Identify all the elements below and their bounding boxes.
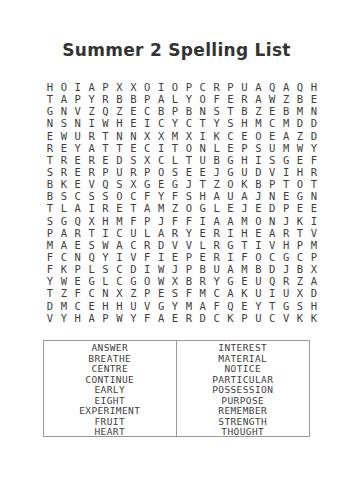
grid-cell-r14c8[interactable]: R xyxy=(140,239,154,251)
grid-cell-r6c9[interactable]: I xyxy=(154,142,168,154)
grid-cell-r20c19[interactable]: K xyxy=(293,312,307,324)
grid-cell-r20c8[interactable]: F xyxy=(140,312,154,324)
grid-cell-r18c11[interactable]: F xyxy=(182,287,196,299)
grid-cell-r1c2[interactable]: O xyxy=(57,81,71,93)
grid-cell-r15c18[interactable]: G xyxy=(279,251,293,263)
grid-cell-r8c8[interactable]: P xyxy=(140,166,154,178)
grid-cell-r9c20[interactable]: T xyxy=(307,178,321,190)
grid-cell-r12c16[interactable]: O xyxy=(251,215,265,227)
grid-cell-r4c13[interactable]: Y xyxy=(210,117,224,129)
grid-cell-r5c11[interactable]: X xyxy=(182,130,196,142)
grid-cell-r4c1[interactable]: N xyxy=(43,117,57,129)
grid-cell-r11c20[interactable]: E xyxy=(307,202,321,214)
grid-cell-r12c12[interactable]: I xyxy=(196,215,210,227)
grid-cell-r10c20[interactable]: N xyxy=(307,190,321,202)
grid-cell-r13c14[interactable]: I xyxy=(224,227,238,239)
grid-cell-r5c19[interactable]: Z xyxy=(293,130,307,142)
grid-cell-r20c17[interactable]: C xyxy=(265,312,279,324)
grid-cell-r17c3[interactable]: E xyxy=(71,275,85,287)
grid-cell-r20c7[interactable]: Y xyxy=(126,312,140,324)
grid-cell-r2c20[interactable]: E xyxy=(307,93,321,105)
grid-cell-r10c10[interactable]: F xyxy=(168,190,182,202)
grid-cell-r17c20[interactable]: A xyxy=(307,275,321,287)
grid-cell-r17c8[interactable]: O xyxy=(140,275,154,287)
grid-cell-r10c15[interactable]: A xyxy=(237,190,251,202)
grid-cell-r19c20[interactable]: H xyxy=(307,300,321,312)
grid-cell-r17c13[interactable]: Y xyxy=(210,275,224,287)
grid-cell-r4c2[interactable]: S xyxy=(57,117,71,129)
grid-cell-r8c19[interactable]: H xyxy=(293,166,307,178)
grid-cell-r9c2[interactable]: K xyxy=(57,178,71,190)
grid-cell-r4c4[interactable]: I xyxy=(85,117,99,129)
grid-cell-r6c1[interactable]: R xyxy=(43,142,57,154)
grid-cell-r8c5[interactable]: P xyxy=(99,166,113,178)
grid-cell-r17c16[interactable]: U xyxy=(251,275,265,287)
grid-cell-r10c5[interactable]: S xyxy=(99,190,113,202)
grid-cell-r10c9[interactable]: Y xyxy=(154,190,168,202)
grid-cell-r1c14[interactable]: P xyxy=(224,81,238,93)
grid-cell-r1c16[interactable]: A xyxy=(251,81,265,93)
grid-cell-r9c15[interactable]: K xyxy=(237,178,251,190)
grid-cell-r16c13[interactable]: U xyxy=(210,263,224,275)
grid-cell-r17c18[interactable]: R xyxy=(279,275,293,287)
grid-cell-r4c5[interactable]: W xyxy=(99,117,113,129)
grid-cell-r1c7[interactable]: X xyxy=(126,81,140,93)
grid-cell-r14c4[interactable]: S xyxy=(85,239,99,251)
grid-cell-r11c6[interactable]: E xyxy=(112,202,126,214)
grid-cell-r6c13[interactable]: L xyxy=(210,142,224,154)
grid-cell-r5c9[interactable]: X xyxy=(154,130,168,142)
grid-cell-r18c10[interactable]: S xyxy=(168,287,182,299)
grid-cell-r19c11[interactable]: M xyxy=(182,300,196,312)
grid-cell-r8c10[interactable]: S xyxy=(168,166,182,178)
grid-cell-r13c3[interactable]: R xyxy=(71,227,85,239)
grid-cell-r1c5[interactable]: P xyxy=(99,81,113,93)
grid-cell-r17c1[interactable]: Y xyxy=(43,275,57,287)
grid-cell-r14c13[interactable]: R xyxy=(210,239,224,251)
grid-cell-r6c3[interactable]: Y xyxy=(71,142,85,154)
grid-cell-r9c18[interactable]: T xyxy=(279,178,293,190)
grid-cell-r12c17[interactable]: N xyxy=(265,215,279,227)
grid-cell-r11c4[interactable]: I xyxy=(85,202,99,214)
grid-cell-r1c17[interactable]: Q xyxy=(265,81,279,93)
grid-cell-r13c12[interactable]: E xyxy=(196,227,210,239)
grid-cell-r3c10[interactable]: P xyxy=(168,105,182,117)
grid-cell-r3c1[interactable]: G xyxy=(43,105,57,117)
grid-cell-r15c20[interactable]: P xyxy=(307,251,321,263)
grid-cell-r6c10[interactable]: T xyxy=(168,142,182,154)
grid-cell-r7c9[interactable]: C xyxy=(154,154,168,166)
grid-cell-r12c2[interactable]: G xyxy=(57,215,71,227)
grid-cell-r12c3[interactable]: Q xyxy=(71,215,85,227)
grid-cell-r9c16[interactable]: B xyxy=(251,178,265,190)
grid-cell-r15c15[interactable]: F xyxy=(237,251,251,263)
grid-cell-r11c9[interactable]: M xyxy=(154,202,168,214)
grid-cell-r18c18[interactable]: U xyxy=(279,287,293,299)
grid-cell-r2c1[interactable]: T xyxy=(43,93,57,105)
grid-cell-r5c10[interactable]: M xyxy=(168,130,182,142)
grid-cell-r16c12[interactable]: B xyxy=(196,263,210,275)
grid-cell-r9c12[interactable]: T xyxy=(196,178,210,190)
grid-cell-r16c17[interactable]: D xyxy=(265,263,279,275)
grid-cell-r9c7[interactable]: X xyxy=(126,178,140,190)
grid-cell-r12c11[interactable]: F xyxy=(182,215,196,227)
grid-cell-r9c4[interactable]: V xyxy=(85,178,99,190)
grid-cell-r15c16[interactable]: O xyxy=(251,251,265,263)
grid-cell-r18c4[interactable]: C xyxy=(85,287,99,299)
grid-cell-r6c8[interactable]: C xyxy=(140,142,154,154)
grid-cell-r14c11[interactable]: V xyxy=(182,239,196,251)
grid-cell-r15c7[interactable]: V xyxy=(126,251,140,263)
grid-cell-r3c6[interactable]: Z xyxy=(112,105,126,117)
grid-cell-r14c5[interactable]: W xyxy=(99,239,113,251)
grid-cell-r11c10[interactable]: Z xyxy=(168,202,182,214)
grid-cell-r6c14[interactable]: E xyxy=(224,142,238,154)
grid-cell-r14c14[interactable]: G xyxy=(224,239,238,251)
grid-cell-r14c6[interactable]: A xyxy=(112,239,126,251)
grid-cell-r7c5[interactable]: E xyxy=(99,154,113,166)
grid-cell-r13c19[interactable]: T xyxy=(293,227,307,239)
grid-cell-r12c9[interactable]: J xyxy=(154,215,168,227)
grid-cell-r15c9[interactable]: I xyxy=(154,251,168,263)
grid-cell-r2c6[interactable]: B xyxy=(112,93,126,105)
grid-cell-r2c10[interactable]: L xyxy=(168,93,182,105)
grid-cell-r10c17[interactable]: N xyxy=(265,190,279,202)
grid-cell-r8c9[interactable]: O xyxy=(154,166,168,178)
grid-cell-r11c14[interactable]: E xyxy=(224,202,238,214)
grid-cell-r13c8[interactable]: L xyxy=(140,227,154,239)
grid-cell-r10c2[interactable]: S xyxy=(57,190,71,202)
grid-cell-r13c11[interactable]: Y xyxy=(182,227,196,239)
grid-cell-r16c5[interactable]: S xyxy=(99,263,113,275)
grid-cell-r11c5[interactable]: R xyxy=(99,202,113,214)
grid-cell-r13c9[interactable]: A xyxy=(154,227,168,239)
grid-cell-r16c8[interactable]: I xyxy=(140,263,154,275)
grid-cell-r15c2[interactable]: C xyxy=(57,251,71,263)
grid-cell-r12c14[interactable]: A xyxy=(224,215,238,227)
grid-cell-r11c11[interactable]: O xyxy=(182,202,196,214)
grid-cell-r15c11[interactable]: P xyxy=(182,251,196,263)
grid-cell-r18c15[interactable]: K xyxy=(237,287,251,299)
grid-cell-r8c4[interactable]: R xyxy=(85,166,99,178)
grid-cell-r1c15[interactable]: U xyxy=(237,81,251,93)
grid-cell-r19c4[interactable]: E xyxy=(85,300,99,312)
grid-cell-r7c11[interactable]: T xyxy=(182,154,196,166)
grid-cell-r6c2[interactable]: E xyxy=(57,142,71,154)
grid-cell-r18c14[interactable]: A xyxy=(224,287,238,299)
grid-cell-r20c3[interactable]: H xyxy=(71,312,85,324)
grid-cell-r19c12[interactable]: A xyxy=(196,300,210,312)
grid-cell-r2c5[interactable]: R xyxy=(99,93,113,105)
grid-cell-r13c6[interactable]: C xyxy=(112,227,126,239)
grid-cell-r3c3[interactable]: V xyxy=(71,105,85,117)
grid-cell-r7c19[interactable]: E xyxy=(293,154,307,166)
grid-cell-r18c5[interactable]: N xyxy=(99,287,113,299)
grid-cell-r12c10[interactable]: F xyxy=(168,215,182,227)
grid-cell-r4c19[interactable]: D xyxy=(293,117,307,129)
grid-cell-r17c9[interactable]: W xyxy=(154,275,168,287)
grid-cell-r13c13[interactable]: R xyxy=(210,227,224,239)
grid-cell-r19c3[interactable]: C xyxy=(71,300,85,312)
grid-cell-r13c18[interactable]: R xyxy=(279,227,293,239)
grid-cell-r18c17[interactable]: I xyxy=(265,287,279,299)
grid-cell-r18c6[interactable]: X xyxy=(112,287,126,299)
grid-cell-r5c20[interactable]: D xyxy=(307,130,321,142)
grid-cell-r6c7[interactable]: E xyxy=(126,142,140,154)
grid-cell-r11c13[interactable]: L xyxy=(210,202,224,214)
grid-cell-r9c8[interactable]: G xyxy=(140,178,154,190)
grid-cell-r16c15[interactable]: M xyxy=(237,263,251,275)
grid-cell-r1c4[interactable]: A xyxy=(85,81,99,93)
grid-cell-r17c14[interactable]: G xyxy=(224,275,238,287)
grid-cell-r18c16[interactable]: U xyxy=(251,287,265,299)
grid-cell-r9c17[interactable]: P xyxy=(265,178,279,190)
grid-cell-r7c20[interactable]: F xyxy=(307,154,321,166)
grid-cell-r15c5[interactable]: Y xyxy=(99,251,113,263)
grid-cell-r3c12[interactable]: N xyxy=(196,105,210,117)
grid-cell-r2c11[interactable]: Y xyxy=(182,93,196,105)
grid-cell-r1c6[interactable]: X xyxy=(112,81,126,93)
grid-cell-r10c3[interactable]: C xyxy=(71,190,85,202)
grid-cell-r9c10[interactable]: G xyxy=(168,178,182,190)
grid-cell-r7c3[interactable]: E xyxy=(71,154,85,166)
grid-cell-r1c11[interactable]: P xyxy=(182,81,196,93)
grid-cell-r13c16[interactable]: E xyxy=(251,227,265,239)
grid-cell-r3c19[interactable]: M xyxy=(293,105,307,117)
grid-cell-r2c3[interactable]: P xyxy=(71,93,85,105)
grid-cell-r4c14[interactable]: S xyxy=(224,117,238,129)
grid-cell-r10c7[interactable]: C xyxy=(126,190,140,202)
grid-cell-r1c20[interactable]: H xyxy=(307,81,321,93)
grid-cell-r4c11[interactable]: C xyxy=(182,117,196,129)
grid-cell-r2c2[interactable]: A xyxy=(57,93,71,105)
grid-cell-r2c9[interactable]: A xyxy=(154,93,168,105)
grid-cell-r11c3[interactable]: A xyxy=(71,202,85,214)
grid-cell-r1c18[interactable]: A xyxy=(279,81,293,93)
grid-cell-r1c12[interactable]: C xyxy=(196,81,210,93)
grid-cell-r20c6[interactable]: W xyxy=(112,312,126,324)
grid-cell-r19c14[interactable]: Q xyxy=(224,300,238,312)
grid-cell-r16c2[interactable]: K xyxy=(57,263,71,275)
grid-cell-r18c8[interactable]: P xyxy=(140,287,154,299)
grid-cell-r7c8[interactable]: X xyxy=(140,154,154,166)
grid-cell-r14c2[interactable]: A xyxy=(57,239,71,251)
grid-cell-r4c12[interactable]: T xyxy=(196,117,210,129)
grid-cell-r10c14[interactable]: U xyxy=(224,190,238,202)
grid-cell-r1c10[interactable]: O xyxy=(168,81,182,93)
grid-cell-r13c17[interactable]: A xyxy=(265,227,279,239)
grid-cell-r2c8[interactable]: P xyxy=(140,93,154,105)
grid-cell-r2c15[interactable]: R xyxy=(237,93,251,105)
grid-cell-r5c4[interactable]: R xyxy=(85,130,99,142)
grid-cell-r16c3[interactable]: P xyxy=(71,263,85,275)
grid-cell-r7c18[interactable]: G xyxy=(279,154,293,166)
grid-cell-r3c2[interactable]: N xyxy=(57,105,71,117)
grid-cell-r1c9[interactable]: I xyxy=(154,81,168,93)
grid-cell-r17c17[interactable]: Q xyxy=(265,275,279,287)
grid-cell-r12c20[interactable]: I xyxy=(307,215,321,227)
grid-cell-r16c11[interactable]: P xyxy=(182,263,196,275)
grid-cell-r8c3[interactable]: E xyxy=(71,166,85,178)
grid-cell-r19c8[interactable]: V xyxy=(140,300,154,312)
grid-cell-r20c10[interactable]: E xyxy=(168,312,182,324)
grid-cell-r1c13[interactable]: R xyxy=(210,81,224,93)
grid-cell-r19c5[interactable]: H xyxy=(99,300,113,312)
grid-cell-r7c4[interactable]: R xyxy=(85,154,99,166)
grid-cell-r3c8[interactable]: C xyxy=(140,105,154,117)
grid-cell-r9c13[interactable]: Z xyxy=(210,178,224,190)
grid-cell-r20c14[interactable]: K xyxy=(224,312,238,324)
grid-cell-r8c6[interactable]: U xyxy=(112,166,126,178)
grid-cell-r12c5[interactable]: H xyxy=(99,215,113,227)
grid-cell-r14c7[interactable]: C xyxy=(126,239,140,251)
grid-cell-r14c16[interactable]: I xyxy=(251,239,265,251)
grid-cell-r9c3[interactable]: E xyxy=(71,178,85,190)
grid-cell-r10c13[interactable]: A xyxy=(210,190,224,202)
grid-cell-r14c18[interactable]: H xyxy=(279,239,293,251)
grid-cell-r5c15[interactable]: E xyxy=(237,130,251,142)
grid-cell-r15c17[interactable]: C xyxy=(265,251,279,263)
grid-cell-r10c19[interactable]: G xyxy=(293,190,307,202)
grid-cell-r13c1[interactable]: P xyxy=(43,227,57,239)
grid-cell-r7c1[interactable]: T xyxy=(43,154,57,166)
grid-cell-r4c3[interactable]: N xyxy=(71,117,85,129)
grid-cell-r5c16[interactable]: O xyxy=(251,130,265,142)
grid-cell-r5c1[interactable]: E xyxy=(43,130,57,142)
grid-cell-r16c16[interactable]: B xyxy=(251,263,265,275)
grid-cell-r20c9[interactable]: A xyxy=(154,312,168,324)
grid-cell-r8c11[interactable]: E xyxy=(182,166,196,178)
grid-cell-r6c4[interactable]: A xyxy=(85,142,99,154)
grid-cell-r19c19[interactable]: S xyxy=(293,300,307,312)
grid-cell-r20c16[interactable]: U xyxy=(251,312,265,324)
grid-cell-r14c10[interactable]: V xyxy=(168,239,182,251)
grid-cell-r10c1[interactable]: B xyxy=(43,190,57,202)
grid-cell-r11c7[interactable]: T xyxy=(126,202,140,214)
grid-cell-r7c7[interactable]: S xyxy=(126,154,140,166)
grid-cell-r5c6[interactable]: N xyxy=(112,130,126,142)
grid-cell-r15c12[interactable]: E xyxy=(196,251,210,263)
grid-cell-r2c19[interactable]: B xyxy=(293,93,307,105)
grid-cell-r17c10[interactable]: X xyxy=(168,275,182,287)
grid-cell-r4c7[interactable]: E xyxy=(126,117,140,129)
grid-cell-r7c12[interactable]: U xyxy=(196,154,210,166)
grid-cell-r17c19[interactable]: Z xyxy=(293,275,307,287)
grid-cell-r5c5[interactable]: T xyxy=(99,130,113,142)
grid-cell-r20c5[interactable]: P xyxy=(99,312,113,324)
grid-cell-r10c11[interactable]: S xyxy=(182,190,196,202)
grid-cell-r16c9[interactable]: W xyxy=(154,263,168,275)
grid-cell-r6c18[interactable]: M xyxy=(279,142,293,154)
grid-cell-r6c15[interactable]: P xyxy=(237,142,251,154)
grid-cell-r5c12[interactable]: I xyxy=(196,130,210,142)
grid-cell-r4c8[interactable]: I xyxy=(140,117,154,129)
grid-cell-r10c12[interactable]: H xyxy=(196,190,210,202)
grid-cell-r8c2[interactable]: R xyxy=(57,166,71,178)
grid-cell-r1c8[interactable]: O xyxy=(140,81,154,93)
grid-cell-r20c2[interactable]: Y xyxy=(57,312,71,324)
grid-cell-r16c20[interactable]: X xyxy=(307,263,321,275)
grid-cell-r3c9[interactable]: B xyxy=(154,105,168,117)
grid-cell-r2c16[interactable]: A xyxy=(251,93,265,105)
grid-cell-r3c5[interactable]: Q xyxy=(99,105,113,117)
grid-cell-r17c12[interactable]: R xyxy=(196,275,210,287)
grid-cell-r11c19[interactable]: E xyxy=(293,202,307,214)
grid-cell-r13c10[interactable]: R xyxy=(168,227,182,239)
grid-cell-r7c14[interactable]: G xyxy=(224,154,238,166)
grid-cell-r13c15[interactable]: H xyxy=(237,227,251,239)
grid-cell-r19c10[interactable]: Y xyxy=(168,300,182,312)
grid-cell-r19c7[interactable]: U xyxy=(126,300,140,312)
grid-cell-r3c15[interactable]: B xyxy=(237,105,251,117)
grid-cell-r6c16[interactable]: S xyxy=(251,142,265,154)
grid-cell-r20c11[interactable]: R xyxy=(182,312,196,324)
grid-cell-r12c7[interactable]: F xyxy=(126,215,140,227)
grid-cell-r5c7[interactable]: N xyxy=(126,130,140,142)
grid-cell-r16c7[interactable]: D xyxy=(126,263,140,275)
grid-cell-r2c13[interactable]: F xyxy=(210,93,224,105)
grid-cell-r10c4[interactable]: S xyxy=(85,190,99,202)
grid-cell-r6c11[interactable]: O xyxy=(182,142,196,154)
grid-cell-r15c14[interactable]: I xyxy=(224,251,238,263)
grid-cell-r9c11[interactable]: J xyxy=(182,178,196,190)
grid-cell-r20c13[interactable]: C xyxy=(210,312,224,324)
grid-cell-r8c13[interactable]: J xyxy=(210,166,224,178)
grid-cell-r10c16[interactable]: J xyxy=(251,190,265,202)
grid-cell-r11c17[interactable]: D xyxy=(265,202,279,214)
grid-cell-r19c16[interactable]: Y xyxy=(251,300,265,312)
grid-cell-r7c10[interactable]: L xyxy=(168,154,182,166)
grid-cell-r13c5[interactable]: I xyxy=(99,227,113,239)
grid-cell-r9c5[interactable]: Q xyxy=(99,178,113,190)
grid-cell-r16c19[interactable]: B xyxy=(293,263,307,275)
grid-cell-r19c18[interactable]: G xyxy=(279,300,293,312)
grid-cell-r11c2[interactable]: L xyxy=(57,202,71,214)
grid-cell-r14c20[interactable]: M xyxy=(307,239,321,251)
grid-cell-r5c3[interactable]: U xyxy=(71,130,85,142)
grid-cell-r20c15[interactable]: P xyxy=(237,312,251,324)
grid-cell-r2c18[interactable]: Z xyxy=(279,93,293,105)
grid-cell-r16c6[interactable]: C xyxy=(112,263,126,275)
grid-cell-r11c16[interactable]: E xyxy=(251,202,265,214)
grid-cell-r11c8[interactable]: A xyxy=(140,202,154,214)
grid-cell-r18c1[interactable]: T xyxy=(43,287,57,299)
grid-cell-r9c19[interactable]: O xyxy=(293,178,307,190)
grid-cell-r11c15[interactable]: J xyxy=(237,202,251,214)
grid-cell-r11c18[interactable]: P xyxy=(279,202,293,214)
grid-cell-r5c14[interactable]: C xyxy=(224,130,238,142)
grid-cell-r8c15[interactable]: U xyxy=(237,166,251,178)
grid-cell-r4c20[interactable]: D xyxy=(307,117,321,129)
grid-cell-r14c17[interactable]: V xyxy=(265,239,279,251)
grid-cell-r17c15[interactable]: E xyxy=(237,275,251,287)
grid-cell-r14c9[interactable]: D xyxy=(154,239,168,251)
grid-cell-r16c10[interactable]: J xyxy=(168,263,182,275)
grid-cell-r14c15[interactable]: T xyxy=(237,239,251,251)
grid-cell-r3c7[interactable]: E xyxy=(126,105,140,117)
grid-cell-r10c18[interactable]: E xyxy=(279,190,293,202)
grid-cell-r1c3[interactable]: I xyxy=(71,81,85,93)
grid-cell-r8c12[interactable]: E xyxy=(196,166,210,178)
grid-cell-r17c5[interactable]: L xyxy=(99,275,113,287)
grid-cell-r19c17[interactable]: T xyxy=(265,300,279,312)
grid-cell-r2c7[interactable]: B xyxy=(126,93,140,105)
grid-cell-r19c2[interactable]: M xyxy=(57,300,71,312)
grid-cell-r10c8[interactable]: F xyxy=(140,190,154,202)
grid-cell-r14c19[interactable]: P xyxy=(293,239,307,251)
grid-cell-r19c1[interactable]: D xyxy=(43,300,57,312)
grid-cell-r17c7[interactable]: G xyxy=(126,275,140,287)
